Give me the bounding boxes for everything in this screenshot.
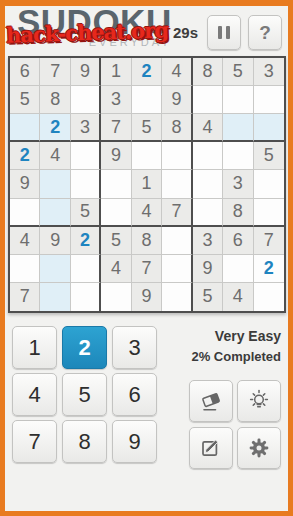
cell-r4c6[interactable] (162, 142, 192, 170)
cell-r7c2[interactable]: 9 (40, 227, 70, 255)
cell-r6c7[interactable] (193, 199, 223, 227)
cell-r8c7[interactable]: 9 (193, 255, 223, 283)
cell-r4c7[interactable] (193, 142, 223, 170)
cell-r8c4[interactable]: 4 (101, 255, 131, 283)
cell-r5c8[interactable]: 3 (223, 170, 253, 198)
cell-r9c2[interactable] (40, 283, 70, 311)
bottom-panel: 123456789 Very Easy 2% Completed (5, 326, 288, 469)
cell-r9c3[interactable] (71, 283, 101, 311)
cell-r3c3[interactable]: 3 (71, 114, 101, 142)
number-pad: 123456789 (12, 326, 157, 469)
cell-r9c7[interactable]: 5 (193, 283, 223, 311)
cell-r5c9[interactable] (254, 170, 284, 198)
cell-r1c6[interactable]: 4 (162, 58, 192, 86)
cell-r6c4[interactable] (101, 199, 131, 227)
cell-r8c3[interactable] (71, 255, 101, 283)
cell-r2c5[interactable] (132, 86, 162, 114)
cell-r2c4[interactable]: 3 (101, 86, 131, 114)
cell-r2c9[interactable] (254, 86, 284, 114)
cell-r4c8[interactable] (223, 142, 253, 170)
cell-r6c8[interactable]: 8 (223, 199, 253, 227)
cell-r7c7[interactable]: 3 (193, 227, 223, 255)
cell-r5c5[interactable]: 1 (132, 170, 162, 198)
difficulty-label: Very Easy (215, 328, 281, 344)
numpad-4[interactable]: 4 (12, 373, 57, 416)
cell-r2c3[interactable] (71, 86, 101, 114)
cell-r8c6[interactable] (162, 255, 192, 283)
settings-button[interactable] (237, 427, 281, 469)
cell-r1c8[interactable]: 5 (223, 58, 253, 86)
cell-r2c2[interactable]: 8 (40, 86, 70, 114)
numpad-9[interactable]: 9 (112, 420, 157, 463)
erase-button[interactable] (189, 380, 233, 422)
pause-button[interactable] (207, 15, 241, 50)
numpad-1[interactable]: 1 (12, 326, 57, 369)
cell-r5c1[interactable]: 9 (10, 170, 40, 198)
notes-icon (199, 436, 223, 460)
cell-r9c8[interactable]: 4 (223, 283, 253, 311)
cell-r3c1[interactable] (10, 114, 40, 142)
cell-r7c6[interactable] (162, 227, 192, 255)
cell-r4c4[interactable]: 9 (101, 142, 131, 170)
header-controls: 29s ? (173, 15, 282, 50)
cell-r1c5[interactable]: 2 (132, 58, 162, 86)
cell-r4c1[interactable]: 2 (10, 142, 40, 170)
cell-r9c5[interactable]: 9 (132, 283, 162, 311)
app-screen: SUDOKU EVERYDAY 29s ? 679124853583923758… (5, 6, 288, 511)
cell-r6c3[interactable]: 5 (71, 199, 101, 227)
cell-r9c6[interactable] (162, 283, 192, 311)
cell-r2c6[interactable]: 9 (162, 86, 192, 114)
cell-r5c3[interactable] (71, 170, 101, 198)
cell-r7c8[interactable]: 6 (223, 227, 253, 255)
cell-r8c5[interactable]: 7 (132, 255, 162, 283)
status-panel: Very Easy 2% Completed (189, 326, 281, 469)
progress-label: 2% Completed (191, 349, 281, 364)
help-button[interactable]: ? (248, 15, 282, 50)
cell-r2c1[interactable]: 5 (10, 86, 40, 114)
cell-r1c9[interactable]: 3 (254, 58, 284, 86)
cell-r6c6[interactable]: 7 (162, 199, 192, 227)
help-icon: ? (259, 22, 271, 44)
sudoku-board: 6791248535839237584249591354784925836747… (8, 56, 286, 313)
cell-r6c1[interactable] (10, 199, 40, 227)
cell-r5c7[interactable] (193, 170, 223, 198)
cell-r1c1[interactable]: 6 (10, 58, 40, 86)
cell-r3c9[interactable] (254, 114, 284, 142)
cell-r3c6[interactable]: 8 (162, 114, 192, 142)
cell-r6c9[interactable] (254, 199, 284, 227)
cell-r5c4[interactable] (101, 170, 131, 198)
cell-r1c7[interactable]: 8 (193, 58, 223, 86)
cell-r4c9[interactable]: 5 (254, 142, 284, 170)
numpad-8[interactable]: 8 (62, 420, 107, 463)
cell-r3c7[interactable]: 4 (193, 114, 223, 142)
timer: 29s (173, 24, 198, 41)
notes-button[interactable] (189, 427, 233, 469)
eraser-icon (199, 389, 223, 413)
cell-r9c1[interactable]: 7 (10, 283, 40, 311)
cell-r5c6[interactable] (162, 170, 192, 198)
numpad-5[interactable]: 5 (62, 373, 107, 416)
cell-r3c4[interactable]: 7 (101, 114, 131, 142)
cell-r8c1[interactable] (10, 255, 40, 283)
cell-r3c2[interactable]: 2 (40, 114, 70, 142)
cell-r7c1[interactable]: 4 (10, 227, 40, 255)
cell-r2c7[interactable] (193, 86, 223, 114)
cell-r4c3[interactable] (71, 142, 101, 170)
pause-icon (218, 26, 230, 39)
cell-r6c5[interactable]: 4 (132, 199, 162, 227)
cell-r8c9[interactable]: 2 (254, 255, 284, 283)
gear-icon (247, 436, 271, 460)
cell-r9c4[interactable] (101, 283, 131, 311)
cell-r9c9[interactable] (254, 283, 284, 311)
cell-r7c9[interactable]: 7 (254, 227, 284, 255)
numpad-3[interactable]: 3 (112, 326, 157, 369)
lightbulb-icon (247, 389, 271, 413)
numpad-6[interactable]: 6 (112, 373, 157, 416)
cell-r1c3[interactable]: 9 (71, 58, 101, 86)
cell-r5c2[interactable] (40, 170, 70, 198)
cell-r6c2[interactable] (40, 199, 70, 227)
cell-r1c4[interactable]: 1 (101, 58, 131, 86)
cell-r3c8[interactable] (223, 114, 253, 142)
hint-button[interactable] (237, 380, 281, 422)
tool-buttons (189, 380, 281, 469)
cell-r8c2[interactable] (40, 255, 70, 283)
cell-r7c4[interactable]: 5 (101, 227, 131, 255)
cell-r4c2[interactable]: 4 (40, 142, 70, 170)
cell-r2c8[interactable] (223, 86, 253, 114)
cell-r8c8[interactable] (223, 255, 253, 283)
cell-r4c5[interactable] (132, 142, 162, 170)
cell-r7c3[interactable]: 2 (71, 227, 101, 255)
numpad-7[interactable]: 7 (12, 420, 57, 463)
cell-r3c5[interactable]: 5 (132, 114, 162, 142)
cell-r1c2[interactable]: 7 (40, 58, 70, 86)
numpad-2[interactable]: 2 (62, 326, 107, 369)
cell-r7c5[interactable]: 8 (132, 227, 162, 255)
